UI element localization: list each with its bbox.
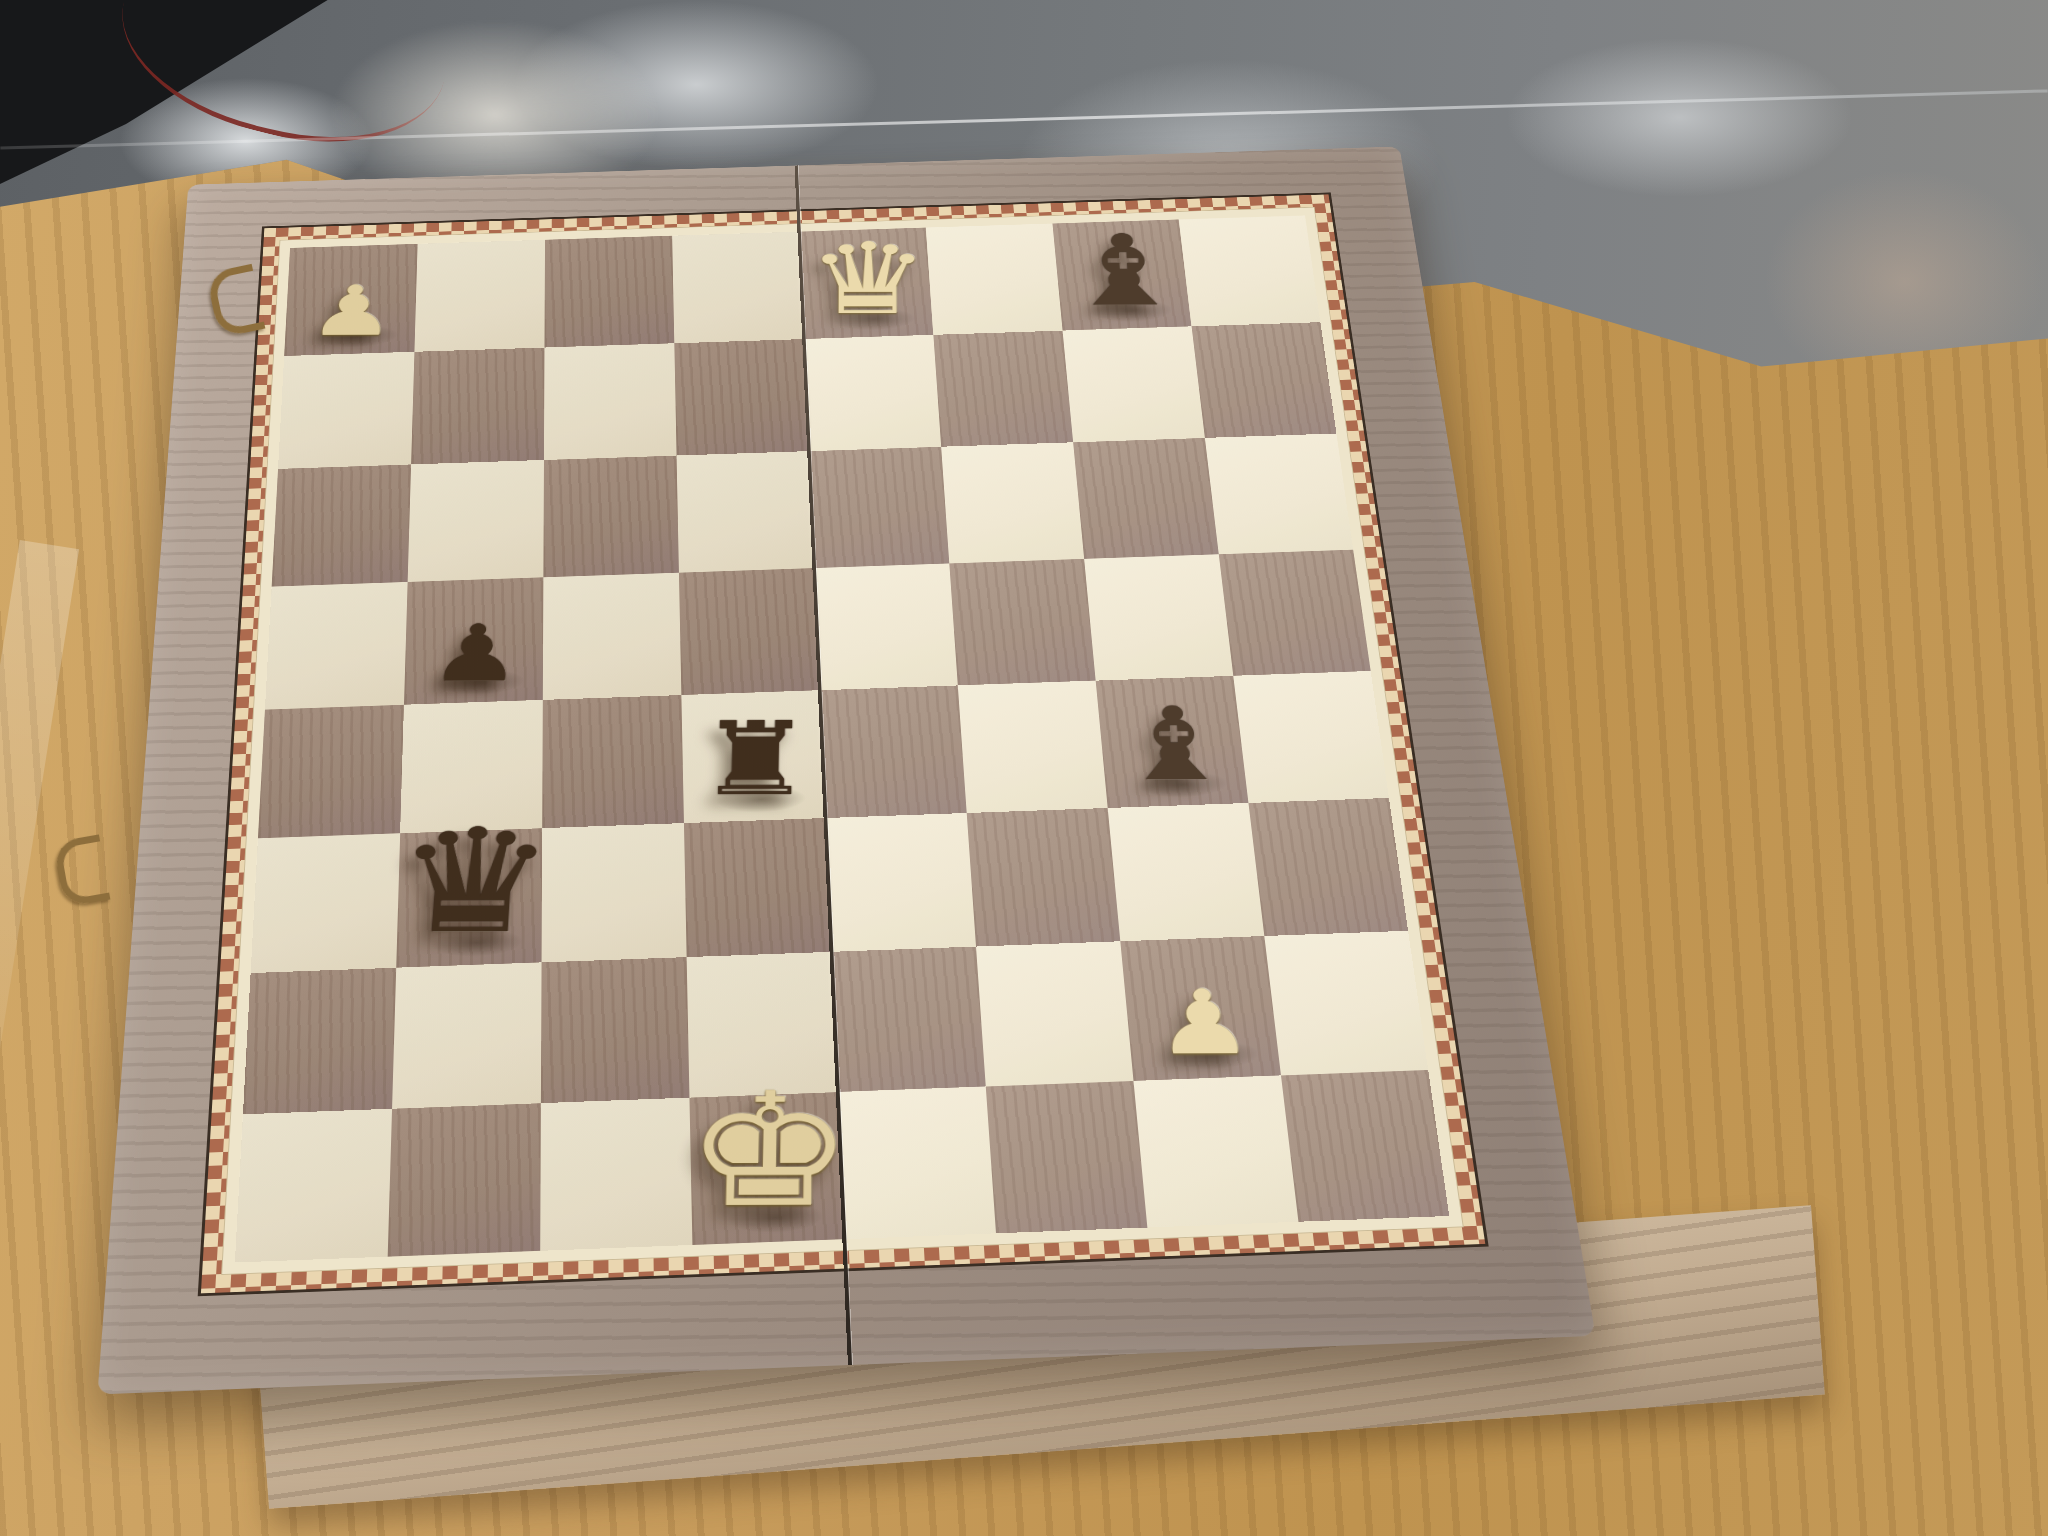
square-f7[interactable] bbox=[933, 331, 1073, 447]
black-pawn-glyph: ♟ bbox=[428, 614, 524, 692]
square-b2[interactable] bbox=[392, 962, 542, 1108]
square-d3[interactable] bbox=[684, 818, 832, 957]
square-e7[interactable] bbox=[804, 335, 941, 451]
square-d4[interactable]: ♜ bbox=[681, 690, 825, 823]
square-h1[interactable] bbox=[1281, 1070, 1449, 1222]
square-d7[interactable] bbox=[674, 339, 809, 455]
square-h4[interactable] bbox=[1233, 671, 1389, 803]
square-f1[interactable] bbox=[986, 1081, 1148, 1233]
board-outer-frame: ♟♛♝♟♜♝♛♟♚ bbox=[97, 146, 1595, 1394]
square-h5[interactable] bbox=[1219, 550, 1371, 676]
square-a5[interactable] bbox=[265, 582, 408, 710]
white-queen-glyph: ♛ bbox=[806, 230, 930, 329]
square-f3[interactable] bbox=[967, 808, 1121, 947]
white-king-glyph: ♚ bbox=[683, 1072, 853, 1230]
square-e8[interactable]: ♛ bbox=[799, 228, 933, 339]
square-g6[interactable] bbox=[1073, 438, 1219, 559]
square-c3[interactable] bbox=[542, 823, 687, 962]
square-c6[interactable] bbox=[543, 456, 679, 578]
square-a8[interactable]: ♟ bbox=[284, 244, 417, 356]
square-e4[interactable] bbox=[820, 685, 967, 818]
chess-board-field: ♟♛♝♟♜♝♛♟♚ bbox=[235, 215, 1449, 1262]
square-a4[interactable] bbox=[258, 705, 404, 839]
square-b8[interactable] bbox=[414, 240, 545, 352]
square-f6[interactable] bbox=[941, 442, 1084, 563]
black-bishop-glyph: ♝ bbox=[1061, 222, 1188, 320]
mosaic-inlay-border: ♟♛♝♟♜♝♛♟♚ bbox=[198, 192, 1489, 1296]
square-h7[interactable] bbox=[1192, 322, 1337, 438]
square-b3[interactable]: ♛ bbox=[396, 828, 542, 968]
white-pawn-glyph: ♟ bbox=[1153, 978, 1255, 1067]
square-a6[interactable] bbox=[272, 464, 411, 586]
square-d5[interactable] bbox=[679, 568, 820, 695]
square-g7[interactable] bbox=[1063, 326, 1205, 442]
square-a2[interactable] bbox=[243, 968, 396, 1115]
square-g3[interactable] bbox=[1108, 803, 1265, 941]
square-f4[interactable] bbox=[958, 681, 1108, 813]
square-c7[interactable] bbox=[544, 343, 677, 460]
square-e1[interactable] bbox=[838, 1086, 996, 1239]
square-c1[interactable] bbox=[540, 1098, 692, 1251]
chess-board-box: ♟♛♝♟♜♝♛♟♚ bbox=[97, 146, 1595, 1394]
square-b5[interactable]: ♟ bbox=[404, 577, 543, 704]
black-bishop-glyph: ♝ bbox=[1114, 694, 1235, 795]
white-pawn-glyph: ♟ bbox=[307, 276, 399, 345]
cream-margin: ♟♛♝♟♜♝♛♟♚ bbox=[221, 207, 1464, 1275]
square-b6[interactable] bbox=[408, 460, 544, 582]
square-d6[interactable] bbox=[677, 451, 815, 573]
square-g1[interactable] bbox=[1134, 1075, 1299, 1227]
square-h8[interactable] bbox=[1179, 215, 1321, 326]
square-e6[interactable] bbox=[809, 447, 949, 568]
square-a7[interactable] bbox=[278, 352, 414, 469]
square-c5[interactable] bbox=[543, 573, 682, 700]
square-h6[interactable] bbox=[1205, 433, 1353, 554]
square-f2[interactable] bbox=[976, 941, 1133, 1086]
square-d1[interactable]: ♚ bbox=[689, 1092, 844, 1245]
square-a1[interactable] bbox=[235, 1109, 392, 1263]
square-f5[interactable] bbox=[949, 559, 1095, 686]
square-g8[interactable]: ♝ bbox=[1052, 219, 1191, 330]
square-d8[interactable] bbox=[672, 232, 804, 344]
square-c2[interactable] bbox=[541, 957, 690, 1103]
square-b1[interactable] bbox=[388, 1103, 541, 1257]
black-rook-glyph: ♜ bbox=[696, 708, 814, 810]
black-queen-glyph: ♛ bbox=[388, 810, 558, 954]
square-f8[interactable] bbox=[926, 224, 1063, 335]
square-h3[interactable] bbox=[1248, 798, 1408, 936]
square-h2[interactable] bbox=[1264, 931, 1428, 1076]
square-g2[interactable]: ♟ bbox=[1120, 936, 1281, 1081]
square-a3[interactable] bbox=[251, 833, 401, 973]
square-b7[interactable] bbox=[411, 348, 544, 465]
scene: ♟♛♝♟♜♝♛♟♚ bbox=[0, 0, 2048, 1536]
square-e3[interactable] bbox=[825, 813, 976, 952]
square-c8[interactable] bbox=[544, 236, 674, 348]
square-g4[interactable]: ♝ bbox=[1096, 676, 1249, 808]
square-g5[interactable] bbox=[1084, 554, 1233, 680]
square-e5[interactable] bbox=[814, 563, 958, 690]
